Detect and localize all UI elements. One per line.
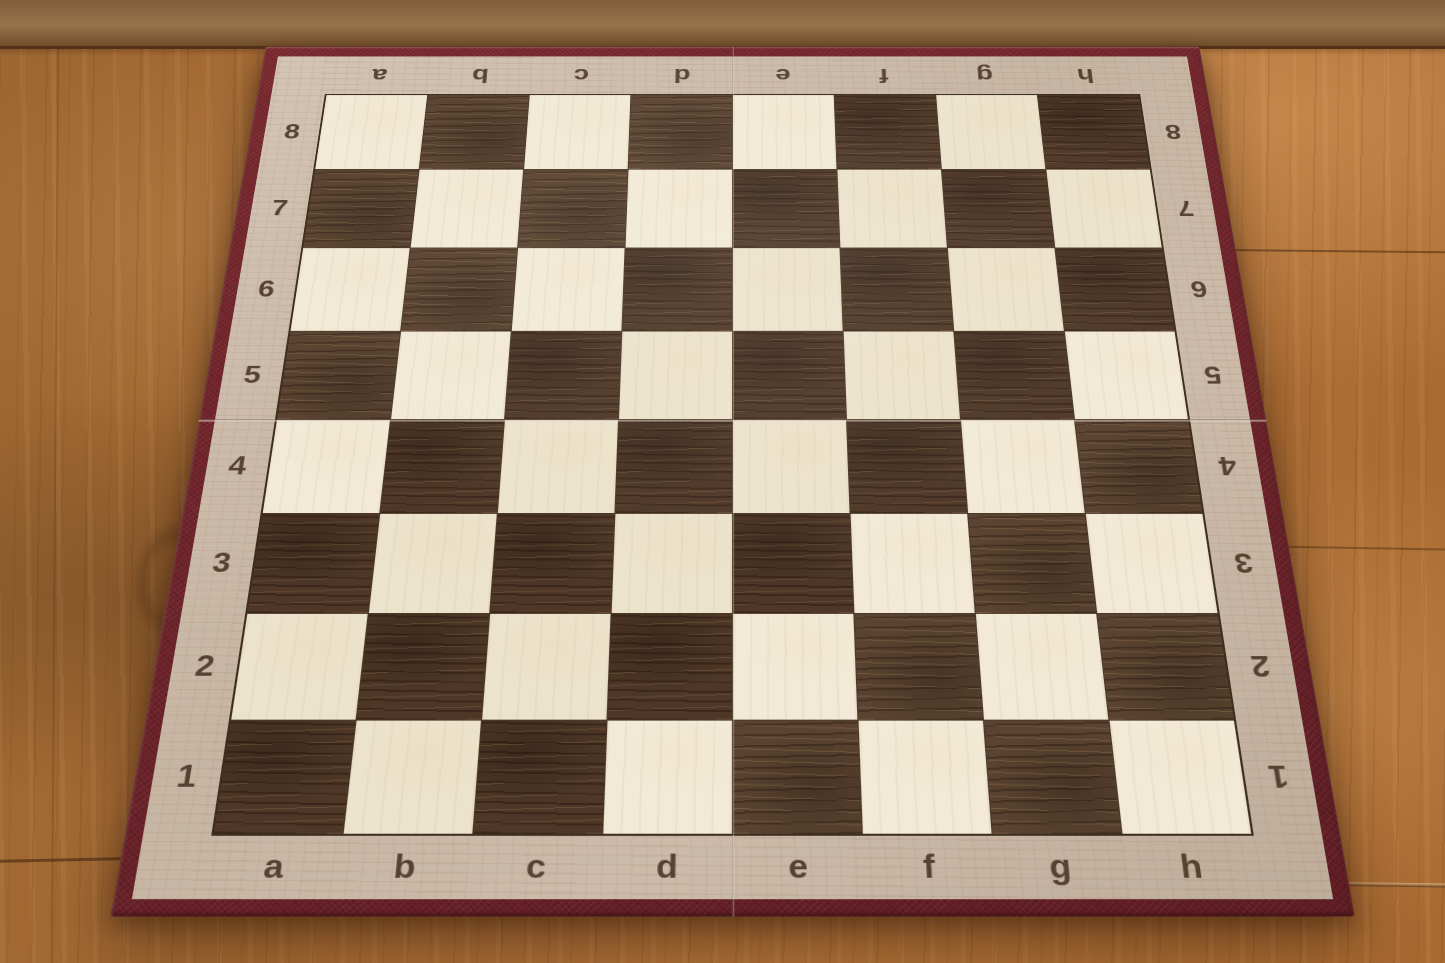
- square-f6[interactable]: [840, 248, 953, 331]
- file-label-top-a: a: [327, 56, 432, 94]
- square-f3[interactable]: [851, 514, 975, 613]
- board-maroon-edge: abcdefgh abcdefgh 87654321 87654321: [110, 47, 1355, 917]
- square-h8[interactable]: [1038, 95, 1150, 169]
- square-b1[interactable]: [344, 721, 481, 834]
- square-b3[interactable]: [369, 514, 497, 613]
- file-label-bottom-g: g: [993, 836, 1129, 899]
- square-f4[interactable]: [847, 420, 967, 513]
- file-label-bottom-e: e: [733, 836, 864, 899]
- table-grain-line: [51, 46, 59, 963]
- file-label-top-b: b: [428, 56, 532, 94]
- square-g8[interactable]: [936, 95, 1045, 169]
- square-a3[interactable]: [247, 514, 379, 613]
- square-g2[interactable]: [976, 614, 1108, 720]
- square-e5[interactable]: [733, 332, 846, 420]
- file-label-bottom-c: c: [468, 836, 602, 899]
- file-label-top-e: e: [733, 56, 834, 94]
- square-c1[interactable]: [473, 721, 606, 834]
- square-h5[interactable]: [1065, 332, 1188, 420]
- square-c5[interactable]: [505, 332, 621, 420]
- square-f2[interactable]: [854, 614, 982, 720]
- square-c6[interactable]: [512, 248, 625, 331]
- file-label-top-c: c: [530, 56, 632, 94]
- square-d8[interactable]: [629, 95, 733, 169]
- square-g5[interactable]: [954, 332, 1074, 420]
- square-e7[interactable]: [733, 170, 840, 248]
- square-c2[interactable]: [482, 614, 610, 720]
- file-label-top-h: h: [1033, 56, 1138, 94]
- fold-seam-vertical: [731, 47, 733, 917]
- file-label-top-g: g: [933, 56, 1037, 94]
- square-f5[interactable]: [844, 332, 960, 420]
- square-g3[interactable]: [968, 514, 1096, 613]
- square-d5[interactable]: [619, 332, 732, 420]
- file-label-bottom-d: d: [601, 836, 732, 899]
- square-a1[interactable]: [214, 721, 356, 834]
- square-a8[interactable]: [315, 95, 427, 169]
- square-h4[interactable]: [1075, 420, 1202, 513]
- square-h1[interactable]: [1110, 721, 1252, 834]
- square-h6[interactable]: [1055, 248, 1174, 331]
- square-b8[interactable]: [420, 95, 529, 169]
- square-a2[interactable]: [231, 614, 367, 720]
- square-g4[interactable]: [961, 420, 1085, 513]
- square-b4[interactable]: [380, 420, 504, 513]
- square-c8[interactable]: [524, 95, 630, 169]
- square-e1[interactable]: [733, 721, 862, 834]
- square-c4[interactable]: [498, 420, 618, 513]
- square-c3[interactable]: [490, 514, 614, 613]
- square-a7[interactable]: [303, 170, 418, 248]
- file-label-bottom-b: b: [336, 836, 472, 899]
- square-h2[interactable]: [1097, 614, 1233, 720]
- square-a5[interactable]: [277, 332, 400, 420]
- square-f7[interactable]: [837, 170, 946, 248]
- square-c7[interactable]: [518, 170, 627, 248]
- square-e8[interactable]: [733, 95, 837, 169]
- square-a6[interactable]: [291, 248, 410, 331]
- square-d1[interactable]: [603, 721, 732, 834]
- board-position-wrapper: abcdefgh abcdefgh 87654321 87654321: [199, 0, 1266, 953]
- rank-label-right-8: 8: [1140, 95, 1206, 169]
- square-d7[interactable]: [626, 170, 733, 248]
- square-f1[interactable]: [859, 721, 992, 834]
- square-h7[interactable]: [1046, 170, 1161, 248]
- square-h3[interactable]: [1086, 514, 1218, 613]
- chess-board: abcdefgh abcdefgh 87654321 87654321: [110, 47, 1355, 917]
- square-b5[interactable]: [391, 332, 511, 420]
- square-d4[interactable]: [615, 420, 732, 513]
- file-label-bottom-f: f: [863, 836, 997, 899]
- square-f8[interactable]: [835, 95, 941, 169]
- square-e2[interactable]: [733, 614, 857, 720]
- square-e4[interactable]: [733, 420, 850, 513]
- square-a4[interactable]: [263, 420, 390, 513]
- file-label-top-d: d: [631, 56, 732, 94]
- square-e3[interactable]: [733, 514, 853, 613]
- square-g1[interactable]: [984, 721, 1121, 834]
- file-label-top-f: f: [833, 56, 935, 94]
- file-label-bottom-a: a: [204, 836, 342, 899]
- file-label-bottom-h: h: [1123, 836, 1261, 899]
- square-d2[interactable]: [608, 614, 732, 720]
- square-b7[interactable]: [411, 170, 523, 248]
- square-e6[interactable]: [733, 248, 843, 331]
- square-b2[interactable]: [357, 614, 489, 720]
- square-d6[interactable]: [622, 248, 732, 331]
- square-b6[interactable]: [401, 248, 517, 331]
- square-g7[interactable]: [942, 170, 1054, 248]
- square-d3[interactable]: [612, 514, 732, 613]
- square-g6[interactable]: [948, 248, 1064, 331]
